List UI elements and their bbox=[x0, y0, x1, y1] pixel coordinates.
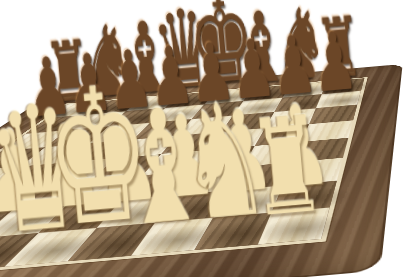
chess-board-frame: ♜♞♝♛♚♝♞♜♟♟♟♟♟♟♟♟♟♟♟♟♟♟♟♟♜♞♝♛♚♝♞♜ bbox=[0, 64, 403, 277]
playing-area: ♜♞♝♛♚♝♞♜♟♟♟♟♟♟♟♟♟♟♟♟♟♟♟♟♜♞♝♛♚♝♞♜ bbox=[0, 77, 368, 277]
chess-set-photo: ♜♞♝♛♚♝♞♜♟♟♟♟♟♟♟♟♟♟♟♟♟♟♟♟♜♞♝♛♚♝♞♜ bbox=[0, 0, 416, 277]
piece-white-rook: ♜ bbox=[191, 94, 383, 242]
perspective-scene: ♜♞♝♛♚♝♞♜♟♟♟♟♟♟♟♟♟♟♟♟♟♟♟♟♜♞♝♛♚♝♞♜ bbox=[0, 0, 416, 277]
square-h1: ♜ bbox=[258, 208, 330, 245]
camera-tilt: ♜♞♝♛♚♝♞♜♟♟♟♟♟♟♟♟♟♟♟♟♟♟♟♟♜♞♝♛♚♝♞♜ bbox=[0, 0, 416, 277]
